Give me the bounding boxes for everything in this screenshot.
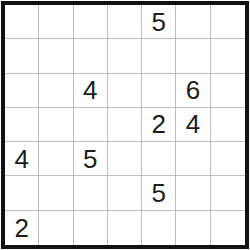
cell-r1c3[interactable] (74, 5, 108, 39)
cell-r3c1[interactable] (5, 74, 39, 108)
puzzle-board: 546244552 (1, 1, 249, 249)
clue-cell-r1c5[interactable]: 5 (142, 5, 176, 39)
clue-cell-r5c1[interactable]: 4 (5, 142, 39, 176)
cell-r2c6[interactable] (176, 39, 210, 73)
cell-r7c2[interactable] (39, 211, 73, 245)
cell-r6c3[interactable] (74, 176, 108, 210)
cell-r5c5[interactable] (142, 142, 176, 176)
cell-r4c1[interactable] (5, 108, 39, 142)
cell-r1c2[interactable] (39, 5, 73, 39)
clue-cell-r3c3[interactable]: 4 (74, 74, 108, 108)
cell-r7c3[interactable] (74, 211, 108, 245)
cell-r2c1[interactable] (5, 39, 39, 73)
cell-r4c2[interactable] (39, 108, 73, 142)
cell-r3c4[interactable] (108, 74, 142, 108)
cell-r5c4[interactable] (108, 142, 142, 176)
clue-cell-r6c5[interactable]: 5 (142, 176, 176, 210)
cell-r1c7[interactable] (211, 5, 245, 39)
cell-r5c6[interactable] (176, 142, 210, 176)
cell-r2c3[interactable] (74, 39, 108, 73)
clue-cell-r4c6[interactable]: 4 (176, 108, 210, 142)
cell-r1c1[interactable] (5, 5, 39, 39)
cell-r1c4[interactable] (108, 5, 142, 39)
cell-r2c5[interactable] (142, 39, 176, 73)
clue-cell-r5c3[interactable]: 5 (74, 142, 108, 176)
cell-r3c5[interactable] (142, 74, 176, 108)
cell-r1c6[interactable] (176, 5, 210, 39)
cell-r5c2[interactable] (39, 142, 73, 176)
cell-r2c7[interactable] (211, 39, 245, 73)
clue-cell-r4c5[interactable]: 2 (142, 108, 176, 142)
cell-r7c6[interactable] (176, 211, 210, 245)
clue-cell-r7c1[interactable]: 2 (5, 211, 39, 245)
cell-r4c7[interactable] (211, 108, 245, 142)
cell-r6c1[interactable] (5, 176, 39, 210)
cell-r6c7[interactable] (211, 176, 245, 210)
cell-r7c4[interactable] (108, 211, 142, 245)
cell-r3c7[interactable] (211, 74, 245, 108)
cell-r4c3[interactable] (74, 108, 108, 142)
cell-r2c4[interactable] (108, 39, 142, 73)
clue-cell-r3c6[interactable]: 6 (176, 74, 210, 108)
cell-r6c6[interactable] (176, 176, 210, 210)
cell-r4c4[interactable] (108, 108, 142, 142)
puzzle-grid: 546244552 (5, 5, 245, 245)
cell-r7c5[interactable] (142, 211, 176, 245)
cell-r5c7[interactable] (211, 142, 245, 176)
cell-r7c7[interactable] (211, 211, 245, 245)
cell-r6c2[interactable] (39, 176, 73, 210)
cell-r2c2[interactable] (39, 39, 73, 73)
cell-r3c2[interactable] (39, 74, 73, 108)
cell-r6c4[interactable] (108, 176, 142, 210)
